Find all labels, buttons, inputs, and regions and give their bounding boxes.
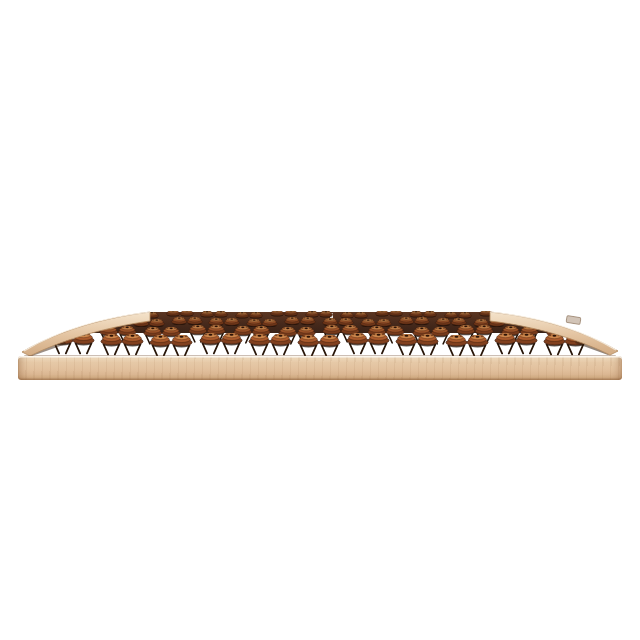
disc-spring-cluster <box>493 333 539 356</box>
product-photo <box>0 0 640 640</box>
front-rail <box>18 356 622 380</box>
disc-spring-cluster <box>99 334 145 357</box>
brand-stamp <box>565 315 581 325</box>
disc-spring-cluster <box>56 317 90 332</box>
disc-spring-cluster <box>50 333 96 356</box>
disc-spring-cluster <box>60 310 90 322</box>
disc-spring-cluster <box>345 333 391 356</box>
disc-spring-cluster <box>542 334 588 357</box>
disc-spring-cluster <box>198 333 244 356</box>
disc-array <box>0 0 640 640</box>
disc-spring-cluster <box>394 334 440 357</box>
disc-row-row-front <box>50 334 588 357</box>
disc-spring-cluster <box>247 334 293 357</box>
